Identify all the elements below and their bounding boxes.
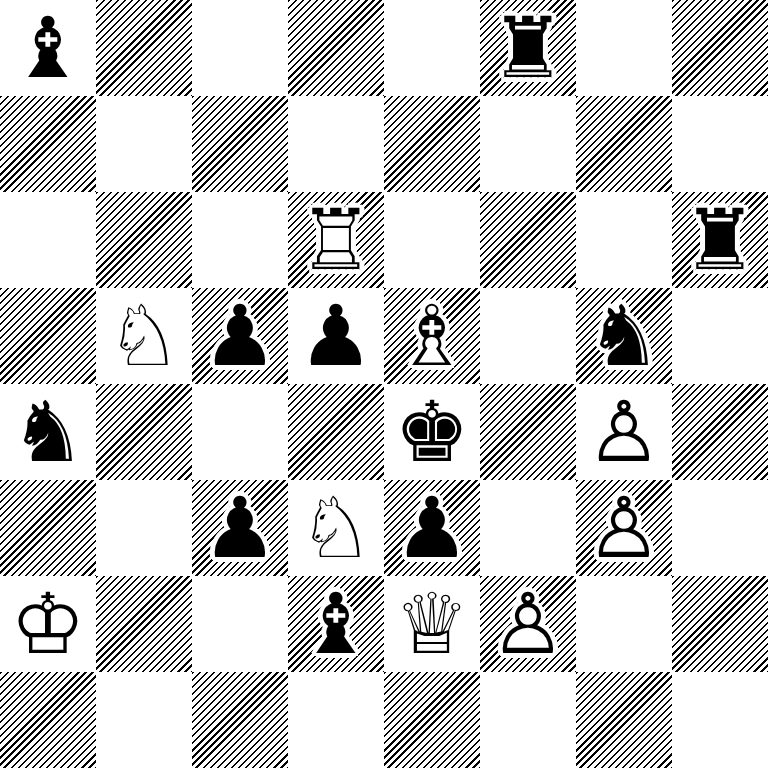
square-c3[interactable]: ♟	[192, 480, 288, 576]
square-e8[interactable]	[384, 0, 480, 96]
square-a8[interactable]: ♝	[0, 0, 96, 96]
square-g1[interactable]	[576, 672, 672, 768]
square-e2[interactable]: ♛♕	[384, 576, 480, 672]
square-e5[interactable]: ♝♗	[384, 288, 480, 384]
piece-white-knight[interactable]: ♘	[96, 288, 192, 384]
white-rook-fill: ♜	[288, 192, 384, 288]
white-pawn-fill: ♟	[480, 576, 576, 672]
piece-white-pawn[interactable]: ♙	[576, 384, 672, 480]
piece-black-pawn[interactable]: ♟	[192, 288, 288, 384]
white-bishop-fill: ♝	[384, 288, 480, 384]
piece-black-pawn[interactable]: ♟	[192, 480, 288, 576]
square-d2[interactable]: ♝	[288, 576, 384, 672]
square-c6[interactable]	[192, 192, 288, 288]
square-h1[interactable]	[672, 672, 768, 768]
square-f1[interactable]	[480, 672, 576, 768]
white-pawn-fill: ♟	[576, 384, 672, 480]
square-f6[interactable]	[480, 192, 576, 288]
square-a4[interactable]: ♞	[0, 384, 96, 480]
square-e6[interactable]	[384, 192, 480, 288]
square-e7[interactable]	[384, 96, 480, 192]
piece-black-bishop[interactable]: ♝	[288, 576, 384, 672]
square-a5[interactable]	[0, 288, 96, 384]
square-g2[interactable]	[576, 576, 672, 672]
square-b5[interactable]: ♞♘	[96, 288, 192, 384]
piece-black-knight[interactable]: ♞	[0, 384, 96, 480]
piece-white-rook[interactable]: ♖	[288, 192, 384, 288]
square-b2[interactable]	[96, 576, 192, 672]
square-c8[interactable]	[192, 0, 288, 96]
square-a1[interactable]	[0, 672, 96, 768]
piece-white-king[interactable]: ♔	[0, 576, 96, 672]
square-f7[interactable]	[480, 96, 576, 192]
piece-white-pawn[interactable]: ♙	[480, 576, 576, 672]
white-knight-fill: ♞	[96, 288, 192, 384]
piece-black-rook[interactable]: ♜	[480, 0, 576, 96]
square-a7[interactable]	[0, 96, 96, 192]
square-e4[interactable]: ♚	[384, 384, 480, 480]
square-c7[interactable]	[192, 96, 288, 192]
square-d6[interactable]: ♜♖	[288, 192, 384, 288]
square-g7[interactable]	[576, 96, 672, 192]
piece-black-pawn[interactable]: ♟	[384, 480, 480, 576]
square-b3[interactable]	[96, 480, 192, 576]
square-f5[interactable]	[480, 288, 576, 384]
square-h4[interactable]	[672, 384, 768, 480]
square-f4[interactable]	[480, 384, 576, 480]
square-h3[interactable]	[672, 480, 768, 576]
square-f8[interactable]: ♜	[480, 0, 576, 96]
square-f3[interactable]	[480, 480, 576, 576]
square-b6[interactable]	[96, 192, 192, 288]
square-h8[interactable]	[672, 0, 768, 96]
white-knight-fill: ♞	[288, 480, 384, 576]
square-a2[interactable]: ♚♔	[0, 576, 96, 672]
square-e1[interactable]	[384, 672, 480, 768]
square-g3[interactable]: ♟♙	[576, 480, 672, 576]
piece-white-pawn[interactable]: ♙	[576, 480, 672, 576]
square-a3[interactable]	[0, 480, 96, 576]
square-g4[interactable]: ♟♙	[576, 384, 672, 480]
square-d8[interactable]	[288, 0, 384, 96]
square-d3[interactable]: ♞♘	[288, 480, 384, 576]
square-e3[interactable]: ♟	[384, 480, 480, 576]
piece-black-king[interactable]: ♚	[384, 384, 480, 480]
piece-black-rook[interactable]: ♜	[672, 192, 768, 288]
square-c5[interactable]: ♟	[192, 288, 288, 384]
square-b1[interactable]	[96, 672, 192, 768]
square-g5[interactable]: ♞	[576, 288, 672, 384]
white-queen-fill: ♛	[384, 576, 480, 672]
square-c1[interactable]	[192, 672, 288, 768]
square-d4[interactable]	[288, 384, 384, 480]
square-h7[interactable]	[672, 96, 768, 192]
piece-white-knight[interactable]: ♘	[288, 480, 384, 576]
piece-black-bishop[interactable]: ♝	[0, 0, 96, 96]
square-c2[interactable]	[192, 576, 288, 672]
square-h6[interactable]: ♜	[672, 192, 768, 288]
chess-board: ♝♜♜♖♜♞♘♟♟♝♗♞♞♚♟♙♟♞♘♟♟♙♚♔♝♛♕♟♙	[0, 0, 768, 768]
white-pawn-fill: ♟	[576, 480, 672, 576]
square-g8[interactable]	[576, 0, 672, 96]
square-d7[interactable]	[288, 96, 384, 192]
piece-black-knight[interactable]: ♞	[576, 288, 672, 384]
square-g6[interactable]	[576, 192, 672, 288]
square-b4[interactable]	[96, 384, 192, 480]
square-b7[interactable]	[96, 96, 192, 192]
white-king-fill: ♚	[0, 576, 96, 672]
piece-black-pawn[interactable]: ♟	[288, 288, 384, 384]
square-c4[interactable]	[192, 384, 288, 480]
square-f2[interactable]: ♟♙	[480, 576, 576, 672]
piece-white-queen[interactable]: ♕	[384, 576, 480, 672]
piece-white-bishop[interactable]: ♗	[384, 288, 480, 384]
square-b8[interactable]	[96, 0, 192, 96]
square-a6[interactable]	[0, 192, 96, 288]
square-h5[interactable]	[672, 288, 768, 384]
square-h2[interactable]	[672, 576, 768, 672]
square-d1[interactable]	[288, 672, 384, 768]
square-d5[interactable]: ♟	[288, 288, 384, 384]
